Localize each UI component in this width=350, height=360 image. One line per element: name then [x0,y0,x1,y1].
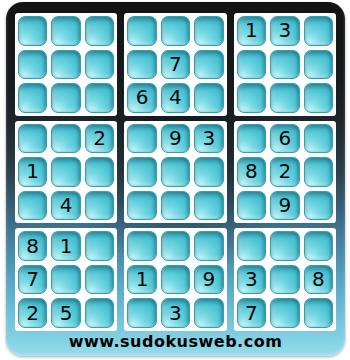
cell-r7c4[interactable] [127,231,156,261]
cell-r7c5[interactable] [161,231,190,261]
cell-r4c4[interactable] [127,124,156,154]
cell-r2c3[interactable] [85,50,114,80]
cell-r4c1[interactable] [18,124,47,154]
cell-r5c4[interactable] [127,157,156,187]
box-r1-c3: 13 [234,13,336,116]
cell-r9c5[interactable]: 3 [161,298,190,328]
cell-r9c3[interactable] [85,298,114,328]
cell-r6c9[interactable] [304,191,333,221]
cell-r8c7[interactable]: 3 [237,265,266,295]
cell-r9c6[interactable] [194,298,223,328]
cell-r5c1[interactable]: 1 [18,157,47,187]
cell-r5c6[interactable] [194,157,223,187]
cell-r8c6[interactable]: 9 [194,265,223,295]
cell-r1c9[interactable] [304,16,333,46]
cell-r7c6[interactable] [194,231,223,261]
cell-r8c4[interactable]: 1 [127,265,156,295]
cell-r9c7[interactable]: 7 [237,298,266,328]
cell-r7c9[interactable] [304,231,333,261]
cell-r4c5[interactable]: 9 [161,124,190,154]
cell-r8c2[interactable] [51,265,80,295]
cell-r8c1[interactable]: 7 [18,265,47,295]
cell-r3c6[interactable] [194,83,223,113]
cell-r6c6[interactable] [194,191,223,221]
cell-r1c8[interactable]: 3 [270,16,299,46]
cell-r4c7[interactable] [237,124,266,154]
cell-r7c2[interactable]: 1 [51,231,80,261]
cell-r2c6[interactable] [194,50,223,80]
cell-r3c8[interactable] [270,83,299,113]
cell-r9c2[interactable]: 5 [51,298,80,328]
sudoku-grid: 7641321493682981725193387 [15,13,336,331]
cell-r6c2[interactable]: 4 [51,191,80,221]
cell-r7c1[interactable]: 8 [18,231,47,261]
cell-r3c1[interactable] [18,83,47,113]
cell-r5c7[interactable]: 8 [237,157,266,187]
cell-r2c5[interactable]: 7 [161,50,190,80]
box-r1-c1 [15,13,117,116]
cell-r6c1[interactable] [18,191,47,221]
sudoku-board-frame: 7641321493682981725193387 www.sudokusweb… [6,2,345,356]
box-r3-c3: 387 [234,228,336,331]
box-r2-c3: 6829 [234,121,336,224]
cell-r8c9[interactable]: 8 [304,265,333,295]
cell-r5c3[interactable] [85,157,114,187]
cell-r5c5[interactable] [161,157,190,187]
cell-r1c7[interactable]: 1 [237,16,266,46]
cell-r6c7[interactable] [237,191,266,221]
cell-r8c3[interactable] [85,265,114,295]
cell-r2c9[interactable] [304,50,333,80]
cell-r6c8[interactable]: 9 [270,191,299,221]
cell-r2c1[interactable] [18,50,47,80]
cell-r9c4[interactable] [127,298,156,328]
cell-r8c5[interactable] [161,265,190,295]
box-r3-c2: 193 [124,228,226,331]
box-r3-c1: 81725 [15,228,117,331]
cell-r3c7[interactable] [237,83,266,113]
cell-r9c8[interactable] [270,298,299,328]
cell-r2c8[interactable] [270,50,299,80]
box-r1-c2: 764 [124,13,226,116]
cell-r1c3[interactable] [85,16,114,46]
box-r2-c1: 214 [15,121,117,224]
cell-r6c4[interactable] [127,191,156,221]
cell-r5c9[interactable] [304,157,333,187]
cell-r4c2[interactable] [51,124,80,154]
cell-r1c1[interactable] [18,16,47,46]
cell-r2c4[interactable] [127,50,156,80]
cell-r1c6[interactable] [194,16,223,46]
cell-r6c3[interactable] [85,191,114,221]
cell-r6c5[interactable] [161,191,190,221]
cell-r3c3[interactable] [85,83,114,113]
cell-r3c4[interactable]: 6 [127,83,156,113]
cell-r7c3[interactable] [85,231,114,261]
cell-r8c8[interactable] [270,265,299,295]
cell-r4c8[interactable]: 6 [270,124,299,154]
cell-r5c8[interactable]: 2 [270,157,299,187]
cell-r1c4[interactable] [127,16,156,46]
cell-r1c5[interactable] [161,16,190,46]
cell-r1c2[interactable] [51,16,80,46]
cell-r7c7[interactable] [237,231,266,261]
box-r2-c2: 93 [124,121,226,224]
cell-r4c9[interactable] [304,124,333,154]
cell-r3c9[interactable] [304,83,333,113]
cell-r7c8[interactable] [270,231,299,261]
cell-r5c2[interactable] [51,157,80,187]
cell-r2c2[interactable] [51,50,80,80]
cell-r4c3[interactable]: 2 [85,124,114,154]
cell-r4c6[interactable]: 3 [194,124,223,154]
site-url-link[interactable]: www.sudokusweb.com [6,331,345,353]
cell-r9c1[interactable]: 2 [18,298,47,328]
cell-r9c9[interactable] [304,298,333,328]
cell-r2c7[interactable] [237,50,266,80]
cell-r3c5[interactable]: 4 [161,83,190,113]
cell-r3c2[interactable] [51,83,80,113]
